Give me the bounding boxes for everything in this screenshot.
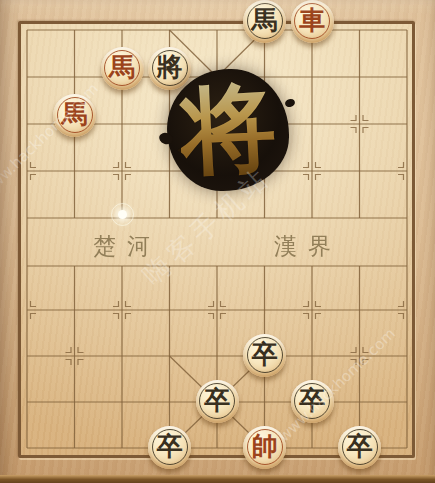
piece-black-soldier[interactable]: 卒 [196, 380, 239, 423]
piece-glyph: 卒 [157, 425, 183, 468]
piece-red-horse[interactable]: 馬 [53, 94, 96, 137]
piece-glyph: 馬 [109, 46, 135, 89]
piece-glyph: 卒 [347, 425, 373, 468]
piece-glyph: 卒 [299, 379, 325, 422]
last-move-marker [118, 210, 127, 219]
piece-red-general[interactable]: 帥 [243, 426, 286, 469]
piece-glyph: 卒 [204, 379, 230, 422]
piece-glyph: 帥 [252, 425, 278, 468]
check-stamp: 将 [167, 69, 289, 191]
check-stamp-glyph: 将 [178, 80, 279, 181]
piece-black-soldier[interactable]: 卒 [148, 426, 191, 469]
piece-black-soldier[interactable]: 卒 [291, 380, 334, 423]
piece-glyph: 馬 [62, 93, 88, 136]
piece-red-horse[interactable]: 馬 [101, 47, 144, 90]
piece-black-horse[interactable]: 馬 [243, 0, 286, 43]
river-label-chu: 楚河 [93, 231, 161, 262]
piece-glyph: 卒 [252, 333, 278, 376]
piece-black-soldier[interactable]: 卒 [338, 426, 381, 469]
table-edge [0, 475, 435, 483]
river-label-han: 漢界 [274, 231, 342, 262]
piece-glyph: 馬 [252, 0, 278, 42]
piece-glyph: 車 [299, 0, 325, 42]
piece-black-soldier[interactable]: 卒 [243, 334, 286, 377]
xiangqi-app-screen: 楚河 漢界 馬車馬將馬卒卒卒卒帥卒 将 www.hackhome.com 嗨客手… [0, 0, 435, 483]
piece-red-chariot[interactable]: 車 [291, 0, 334, 43]
